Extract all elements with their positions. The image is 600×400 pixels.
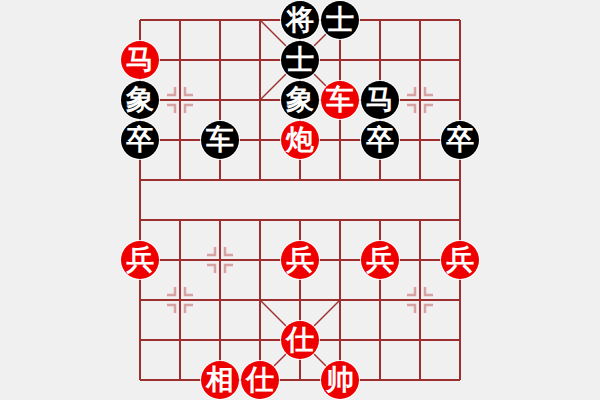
red-cannon[interactable]: 炮 — [281, 121, 319, 159]
black-elephant-1[interactable]: 象 — [121, 81, 159, 119]
pieces-layer: 将士士象象马卒车卒卒马车炮兵兵兵兵仕相仕帅 — [120, 0, 480, 400]
red-advisor-1[interactable]: 仕 — [281, 321, 319, 359]
xiangqi-board: 将士士象象马卒车卒卒马车炮兵兵兵兵仕相仕帅 — [0, 0, 600, 400]
red-pawn-4[interactable]: 兵 — [441, 241, 479, 279]
black-general[interactable]: 将 — [281, 1, 319, 39]
black-advisor-2[interactable]: 士 — [281, 41, 319, 79]
red-pawn-3[interactable]: 兵 — [361, 241, 399, 279]
red-pawn-2[interactable]: 兵 — [281, 241, 319, 279]
red-elephant[interactable]: 相 — [201, 361, 239, 399]
red-advisor-2[interactable]: 仕 — [241, 361, 279, 399]
black-pawn-2[interactable]: 卒 — [361, 121, 399, 159]
red-pawn-1[interactable]: 兵 — [121, 241, 159, 279]
black-horse[interactable]: 马 — [361, 81, 399, 119]
red-king[interactable]: 帅 — [321, 361, 359, 399]
black-pawn-3[interactable]: 卒 — [441, 121, 479, 159]
black-pawn-1[interactable]: 卒 — [121, 121, 159, 159]
black-chariot[interactable]: 车 — [201, 121, 239, 159]
red-chariot[interactable]: 车 — [321, 81, 359, 119]
black-advisor-1[interactable]: 士 — [321, 1, 359, 39]
red-horse[interactable]: 马 — [121, 41, 159, 79]
black-elephant-2[interactable]: 象 — [281, 81, 319, 119]
